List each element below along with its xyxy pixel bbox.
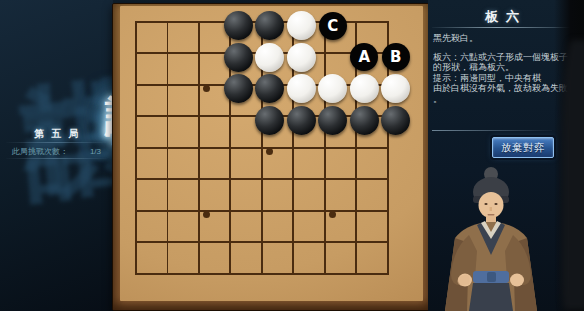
move-option-c[interactable]: C [319,12,347,40]
board-cell [349,105,381,137]
board-cell [223,10,255,42]
panel-divider-bottom [432,130,552,131]
board-cell [254,10,286,42]
board-cell [317,199,349,231]
board-cell [349,73,381,105]
round-label: 第五局 [0,127,113,141]
board-cell [254,105,286,137]
sidebar-divider-bottom [6,158,107,159]
white-stone [255,43,284,72]
hoshi-point [329,211,336,218]
black-stone [224,43,253,72]
black-stone [255,11,284,40]
sidebar-divider-top [6,142,107,143]
board-cell [380,73,412,105]
board-cell [254,42,286,74]
black-stone [350,106,379,135]
white-stone [318,74,347,103]
right-edge-shadow [554,0,584,311]
white-stone [287,43,316,72]
app-window: 詰棋 詰棋 第五局 此局挑戰次數： 1/3 CAB 板六 黑先殺白。板六：六點或… [0,0,584,311]
board-cell [191,199,223,231]
hoshi-point [203,211,210,218]
board-cell [254,73,286,105]
board-cell: B [380,42,412,74]
black-stone [255,74,284,103]
attempts-value: 1/3 [90,147,101,156]
white-stone [350,74,379,103]
board-cell [191,73,223,105]
board-cell [317,73,349,105]
hoshi-point [266,148,273,155]
black-stone [224,74,253,103]
hoshi-point [203,85,210,92]
white-stone [287,11,316,40]
board-cell: A [349,42,381,74]
board-cell [286,10,318,42]
board-cell: C [317,10,349,42]
white-stone [287,74,316,103]
black-stone [287,106,316,135]
move-option-a[interactable]: A [350,43,378,71]
npc-portrait [425,163,560,311]
black-stone [381,106,410,135]
black-stone [255,106,284,135]
board-cell [254,136,286,168]
puzzle-mode-title: 詰棋 [36,12,113,127]
board-cell [223,42,255,74]
board-cell [286,105,318,137]
board-grid[interactable]: CAB [128,10,412,294]
board-cell [380,105,412,137]
board-cell [286,42,318,74]
go-board[interactable]: CAB [112,3,431,311]
sidebar: 詰棋 詰棋 第五局 此局挑戰次數： 1/3 [0,0,113,311]
board-cell [286,73,318,105]
board-surface[interactable]: CAB [120,6,423,301]
move-option-b[interactable]: B [382,43,410,71]
give-up-button[interactable]: 放棄對弈 [492,137,554,158]
black-stone [224,11,253,40]
black-stone [318,106,347,135]
board-cell [317,105,349,137]
white-stone [381,74,410,103]
board-cell [223,73,255,105]
attempts-row: 此局挑戰次數： 1/3 [12,146,101,157]
attempts-label: 此局挑戰次數： [12,146,68,157]
